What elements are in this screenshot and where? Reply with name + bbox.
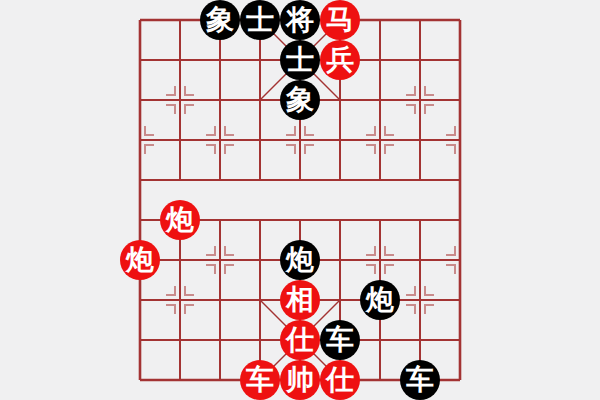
red-chariot[interactable]: 车 [240, 360, 280, 400]
board-point-0-2[interactable] [120, 80, 160, 120]
board-point-8-7[interactable] [440, 280, 480, 320]
board-point-5-5[interactable] [320, 200, 360, 240]
board-point-1-9[interactable] [160, 360, 200, 400]
board-point-8-2[interactable] [440, 80, 480, 120]
board-point-2-7[interactable] [200, 280, 240, 320]
board-point-1-0[interactable] [160, 0, 200, 40]
board-point-7-3[interactable] [400, 120, 440, 160]
board-point-1-6[interactable] [160, 240, 200, 280]
board-point-1-3[interactable] [160, 120, 200, 160]
red-advisor[interactable]: 仕 [320, 360, 360, 400]
board-point-3-6[interactable] [240, 240, 280, 280]
board-point-3-4[interactable] [240, 160, 280, 200]
board-point-7-1[interactable] [400, 40, 440, 80]
board-point-6-6[interactable] [360, 240, 400, 280]
board-point-1-7[interactable] [160, 280, 200, 320]
black-cannon[interactable]: 炮 [360, 280, 400, 320]
board-point-8-3[interactable] [440, 120, 480, 160]
board-point-1-2[interactable] [160, 80, 200, 120]
board-point-6-0[interactable] [360, 0, 400, 40]
board-point-5-4[interactable] [320, 160, 360, 200]
board-point-2-1[interactable] [200, 40, 240, 80]
red-elephant[interactable]: 相 [280, 280, 320, 320]
black-cannon[interactable]: 炮 [280, 240, 320, 280]
board-point-0-1[interactable] [120, 40, 160, 80]
board-point-7-0[interactable] [400, 0, 440, 40]
board-point-6-5[interactable] [360, 200, 400, 240]
board-point-6-9[interactable] [360, 360, 400, 400]
board-point-8-5[interactable] [440, 200, 480, 240]
board-point-3-8[interactable] [240, 320, 280, 360]
board-point-2-8[interactable] [200, 320, 240, 360]
red-soldier[interactable]: 兵 [320, 40, 360, 80]
board-point-4-4[interactable] [280, 160, 320, 200]
black-advisor[interactable]: 士 [240, 0, 280, 40]
board-point-4-3[interactable] [280, 120, 320, 160]
board-point-7-5[interactable] [400, 200, 440, 240]
board-point-1-1[interactable] [160, 40, 200, 80]
black-elephant[interactable]: 象 [280, 80, 320, 120]
board-point-6-3[interactable] [360, 120, 400, 160]
board-point-2-4[interactable] [200, 160, 240, 200]
board-point-0-7[interactable] [120, 280, 160, 320]
board-point-1-4[interactable] [160, 160, 200, 200]
board-point-7-6[interactable] [400, 240, 440, 280]
board-point-1-8[interactable] [160, 320, 200, 360]
board-point-3-7[interactable] [240, 280, 280, 320]
board-point-6-2[interactable] [360, 80, 400, 120]
board-point-8-6[interactable] [440, 240, 480, 280]
board-point-2-6[interactable] [200, 240, 240, 280]
pieces-layer: 象士将马士兵象炮炮炮相炮仕车车帅仕车 [120, 0, 480, 400]
board-point-3-5[interactable] [240, 200, 280, 240]
board-point-7-7[interactable] [400, 280, 440, 320]
black-chariot[interactable]: 车 [400, 360, 440, 400]
board-point-0-9[interactable] [120, 360, 160, 400]
red-cannon[interactable]: 炮 [160, 200, 200, 240]
board-point-5-3[interactable] [320, 120, 360, 160]
red-advisor[interactable]: 仕 [280, 320, 320, 360]
board-point-8-1[interactable] [440, 40, 480, 80]
board-point-0-8[interactable] [120, 320, 160, 360]
board-point-0-4[interactable] [120, 160, 160, 200]
board-point-8-9[interactable] [440, 360, 480, 400]
board-point-3-1[interactable] [240, 40, 280, 80]
black-advisor[interactable]: 士 [280, 40, 320, 80]
board-point-8-8[interactable] [440, 320, 480, 360]
xiangqi-board-area: 象士将马士兵象炮炮炮相炮仕车车帅仕车 [0, 0, 600, 400]
board-point-4-5[interactable] [280, 200, 320, 240]
board-point-7-4[interactable] [400, 160, 440, 200]
board-point-8-0[interactable] [440, 0, 480, 40]
board-point-7-8[interactable] [400, 320, 440, 360]
board-point-6-1[interactable] [360, 40, 400, 80]
board-point-3-3[interactable] [240, 120, 280, 160]
black-elephant[interactable]: 象 [200, 0, 240, 40]
board-point-6-4[interactable] [360, 160, 400, 200]
board-point-0-5[interactable] [120, 200, 160, 240]
red-cannon[interactable]: 炮 [120, 240, 160, 280]
red-horse[interactable]: 马 [320, 0, 360, 40]
board-point-5-2[interactable] [320, 80, 360, 120]
board-point-2-2[interactable] [200, 80, 240, 120]
board-point-8-4[interactable] [440, 160, 480, 200]
red-general[interactable]: 帅 [280, 360, 320, 400]
board-point-5-7[interactable] [320, 280, 360, 320]
board-point-3-2[interactable] [240, 80, 280, 120]
board-point-7-2[interactable] [400, 80, 440, 120]
black-chariot[interactable]: 车 [320, 320, 360, 360]
board-point-2-9[interactable] [200, 360, 240, 400]
black-general[interactable]: 将 [280, 0, 320, 40]
board-point-0-0[interactable] [120, 0, 160, 40]
board-point-5-6[interactable] [320, 240, 360, 280]
board-point-6-8[interactable] [360, 320, 400, 360]
board-point-0-3[interactable] [120, 120, 160, 160]
board-point-2-3[interactable] [200, 120, 240, 160]
board-point-2-5[interactable] [200, 200, 240, 240]
